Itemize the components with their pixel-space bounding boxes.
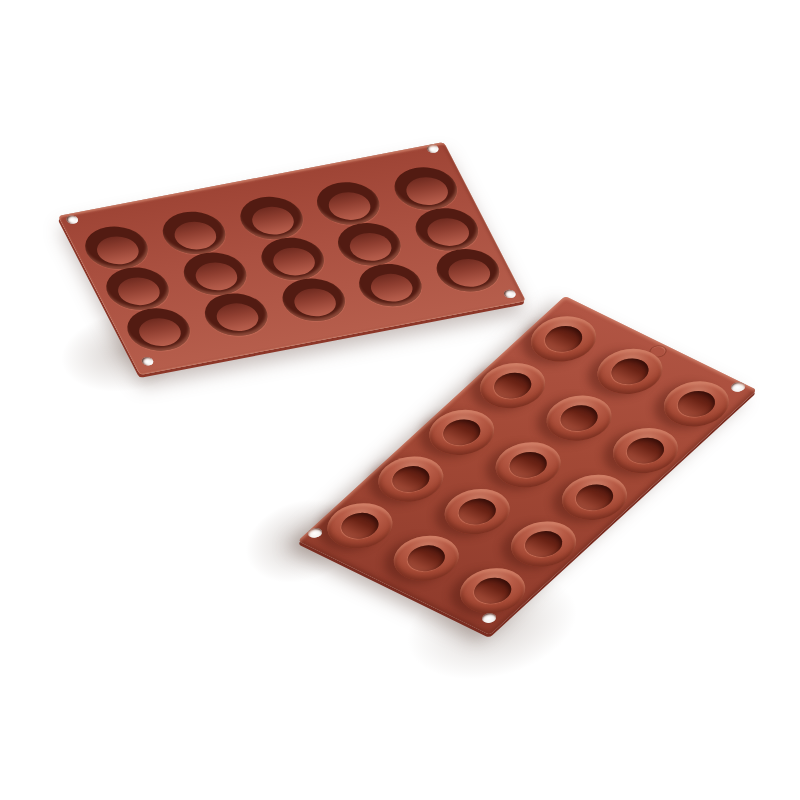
ring-pit xyxy=(400,540,452,576)
ring-boss xyxy=(365,448,457,510)
mold-tray-back xyxy=(58,142,526,375)
ring-boss xyxy=(314,495,406,557)
ring-pit xyxy=(334,508,386,544)
corner-hole xyxy=(425,144,440,154)
ring-pit xyxy=(553,400,605,436)
cavity-floor xyxy=(112,274,165,308)
cavity-floor xyxy=(401,174,454,208)
ring-boss xyxy=(431,480,523,542)
ring-pit xyxy=(436,414,488,450)
ring-pit xyxy=(517,526,569,562)
cavity xyxy=(154,207,234,259)
ring-pit xyxy=(467,573,519,609)
cavity xyxy=(119,303,199,355)
cavity-floor xyxy=(443,256,496,290)
cavity xyxy=(196,289,276,341)
cavity xyxy=(386,162,466,214)
cavity-floor xyxy=(365,271,418,305)
cavity-floor xyxy=(190,259,243,293)
ring-boss xyxy=(549,466,641,528)
corner-hole xyxy=(479,611,499,624)
ring-boss xyxy=(533,387,625,449)
cavity xyxy=(407,203,487,255)
cavity-floor xyxy=(211,300,264,334)
ring-boss xyxy=(651,373,743,435)
cavity-floor xyxy=(344,230,397,264)
ring-pit xyxy=(451,494,503,530)
cavity xyxy=(428,244,508,296)
cavity-floor xyxy=(169,219,222,253)
cavity-floor xyxy=(323,189,376,223)
ring-pit xyxy=(604,354,656,390)
cavity-floor xyxy=(422,215,475,249)
corner-hole xyxy=(140,356,155,366)
ring-boss xyxy=(416,401,508,463)
cavity xyxy=(273,274,353,326)
cavity xyxy=(175,248,255,300)
ring-pit xyxy=(568,479,620,515)
cavity-floor xyxy=(133,315,186,349)
ring-pit xyxy=(670,386,722,422)
mold-tray-front xyxy=(298,296,757,635)
cavity-floor xyxy=(267,245,320,279)
ring-pit xyxy=(537,321,589,357)
cavity xyxy=(351,259,431,311)
ring-pit xyxy=(487,368,539,404)
cavity xyxy=(252,233,332,285)
product-photo xyxy=(0,0,800,800)
cavity-floor xyxy=(246,204,299,238)
ring-boss xyxy=(381,527,473,589)
ring-boss xyxy=(518,308,610,370)
corner-hole xyxy=(65,215,80,225)
ring-boss xyxy=(482,434,574,496)
corner-hole xyxy=(305,526,325,539)
cavity xyxy=(330,218,410,270)
cavity-floor xyxy=(288,285,341,319)
cavity xyxy=(76,222,156,274)
corner-hole xyxy=(728,380,748,393)
cavity xyxy=(308,177,388,229)
ring-boss xyxy=(498,513,590,575)
ring-pit xyxy=(502,447,554,483)
cavity xyxy=(231,192,311,244)
cavity-floor xyxy=(91,233,144,267)
ring-pit xyxy=(385,461,437,497)
ring-boss xyxy=(467,354,559,416)
ring-pit xyxy=(619,433,671,469)
ring-boss xyxy=(600,419,692,481)
cavity xyxy=(98,263,178,315)
corner-hole xyxy=(502,289,517,299)
